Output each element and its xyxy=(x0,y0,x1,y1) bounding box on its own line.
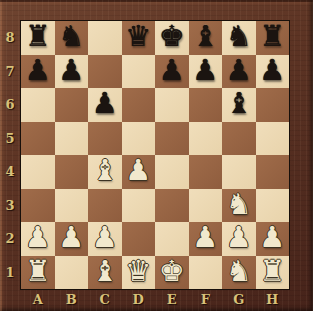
rank-label-5: 5 xyxy=(0,122,20,156)
rank-label-2: 2 xyxy=(0,222,20,256)
piece-white-pawn[interactable]: ♟ xyxy=(259,222,285,254)
square-e4[interactable] xyxy=(155,155,189,189)
square-f7[interactable]: ♟ xyxy=(189,55,223,89)
square-h8[interactable]: ♜ xyxy=(256,21,290,55)
square-b8[interactable]: ♞ xyxy=(55,21,89,55)
square-g7[interactable]: ♟ xyxy=(222,55,256,89)
square-h7[interactable]: ♟ xyxy=(256,55,290,89)
piece-black-rook[interactable]: ♜ xyxy=(259,21,285,53)
piece-white-bishop[interactable]: ♝ xyxy=(92,155,118,187)
piece-white-queen[interactable]: ♛ xyxy=(125,256,151,288)
file-label-e: E xyxy=(155,289,189,310)
square-d7[interactable] xyxy=(122,55,156,89)
piece-black-rook[interactable]: ♜ xyxy=(25,21,51,53)
piece-white-pawn[interactable]: ♟ xyxy=(192,222,218,254)
square-c1[interactable]: ♝ xyxy=(88,256,122,290)
square-g4[interactable] xyxy=(222,155,256,189)
piece-black-bishop[interactable]: ♝ xyxy=(226,88,252,120)
file-label-g: G xyxy=(222,289,256,310)
rank-label-6: 6 xyxy=(0,88,20,122)
piece-white-bishop[interactable]: ♝ xyxy=(92,256,118,288)
square-b2[interactable]: ♟ xyxy=(55,222,89,256)
board-border: ♜♞♛♚♝♞♜♟♟♟♟♟♟♟♝♝♟♞♟♟♟♟♟♟♜♝♛♚♞♜ xyxy=(20,20,290,290)
file-label-d: D xyxy=(122,289,156,310)
piece-black-queen[interactable]: ♛ xyxy=(125,21,151,53)
piece-black-knight[interactable]: ♞ xyxy=(58,21,84,53)
square-c8[interactable] xyxy=(88,21,122,55)
piece-black-pawn[interactable]: ♟ xyxy=(226,55,252,87)
square-g1[interactable]: ♞ xyxy=(222,256,256,290)
chess-diagram: 87654321 ♜♞♛♚♝♞♜♟♟♟♟♟♟♟♝♝♟♞♟♟♟♟♟♟♜♝♛♚♞♜ … xyxy=(0,0,313,311)
square-g5[interactable] xyxy=(222,122,256,156)
square-f5[interactable] xyxy=(189,122,223,156)
square-f1[interactable] xyxy=(189,256,223,290)
square-c6[interactable]: ♟ xyxy=(88,88,122,122)
square-e3[interactable] xyxy=(155,189,189,223)
square-c7[interactable] xyxy=(88,55,122,89)
square-c2[interactable]: ♟ xyxy=(88,222,122,256)
square-e8[interactable]: ♚ xyxy=(155,21,189,55)
square-e7[interactable]: ♟ xyxy=(155,55,189,89)
piece-black-pawn[interactable]: ♟ xyxy=(192,55,218,87)
piece-white-rook[interactable]: ♜ xyxy=(25,256,51,288)
square-a6[interactable] xyxy=(21,88,55,122)
square-c4[interactable]: ♝ xyxy=(88,155,122,189)
piece-white-king[interactable]: ♚ xyxy=(159,256,185,288)
file-label-h: H xyxy=(256,289,290,310)
square-d6[interactable] xyxy=(122,88,156,122)
rank-labels: 87654321 xyxy=(0,21,20,289)
square-f8[interactable]: ♝ xyxy=(189,21,223,55)
piece-black-pawn[interactable]: ♟ xyxy=(259,55,285,87)
piece-black-bishop[interactable]: ♝ xyxy=(192,21,218,53)
square-h6[interactable] xyxy=(256,88,290,122)
piece-black-pawn[interactable]: ♟ xyxy=(92,88,118,120)
chess-board: ♜♞♛♚♝♞♜♟♟♟♟♟♟♟♝♝♟♞♟♟♟♟♟♟♜♝♛♚♞♜ xyxy=(21,21,289,289)
square-a7[interactable]: ♟ xyxy=(21,55,55,89)
rank-label-3: 3 xyxy=(0,189,20,223)
square-e1[interactable]: ♚ xyxy=(155,256,189,290)
piece-black-king[interactable]: ♚ xyxy=(159,21,185,53)
square-h5[interactable] xyxy=(256,122,290,156)
square-e5[interactable] xyxy=(155,122,189,156)
piece-black-knight[interactable]: ♞ xyxy=(226,21,252,53)
square-f2[interactable]: ♟ xyxy=(189,222,223,256)
square-d2[interactable] xyxy=(122,222,156,256)
rank-label-1: 1 xyxy=(0,256,20,290)
square-c5[interactable] xyxy=(88,122,122,156)
square-d8[interactable]: ♛ xyxy=(122,21,156,55)
square-b6[interactable] xyxy=(55,88,89,122)
piece-white-pawn[interactable]: ♟ xyxy=(125,155,151,187)
square-d4[interactable]: ♟ xyxy=(122,155,156,189)
piece-white-pawn[interactable]: ♟ xyxy=(58,222,84,254)
piece-black-pawn[interactable]: ♟ xyxy=(25,55,51,87)
rank-label-4: 4 xyxy=(0,155,20,189)
square-b7[interactable]: ♟ xyxy=(55,55,89,89)
piece-white-pawn[interactable]: ♟ xyxy=(92,222,118,254)
square-a8[interactable]: ♜ xyxy=(21,21,55,55)
square-a1[interactable]: ♜ xyxy=(21,256,55,290)
piece-white-pawn[interactable]: ♟ xyxy=(226,222,252,254)
square-f6[interactable] xyxy=(189,88,223,122)
square-b4[interactable] xyxy=(55,155,89,189)
square-h1[interactable]: ♜ xyxy=(256,256,290,290)
square-g2[interactable]: ♟ xyxy=(222,222,256,256)
piece-black-pawn[interactable]: ♟ xyxy=(58,55,84,87)
file-labels: ABCDEFGH xyxy=(21,289,289,310)
square-a3[interactable] xyxy=(21,189,55,223)
piece-black-pawn[interactable]: ♟ xyxy=(159,55,185,87)
square-h3[interactable] xyxy=(256,189,290,223)
square-b3[interactable] xyxy=(55,189,89,223)
square-e2[interactable] xyxy=(155,222,189,256)
square-d5[interactable] xyxy=(122,122,156,156)
square-d3[interactable] xyxy=(122,189,156,223)
square-b5[interactable] xyxy=(55,122,89,156)
piece-white-knight[interactable]: ♞ xyxy=(226,189,252,221)
square-f3[interactable] xyxy=(189,189,223,223)
piece-white-pawn[interactable]: ♟ xyxy=(25,222,51,254)
piece-white-knight[interactable]: ♞ xyxy=(226,256,252,288)
square-g8[interactable]: ♞ xyxy=(222,21,256,55)
piece-white-rook[interactable]: ♜ xyxy=(259,256,285,288)
square-a2[interactable]: ♟ xyxy=(21,222,55,256)
square-g6[interactable]: ♝ xyxy=(222,88,256,122)
square-h2[interactable]: ♟ xyxy=(256,222,290,256)
file-label-b: B xyxy=(55,289,89,310)
square-c3[interactable] xyxy=(88,189,122,223)
file-label-f: F xyxy=(189,289,223,310)
rank-label-7: 7 xyxy=(0,55,20,89)
file-label-a: A xyxy=(21,289,55,310)
file-label-c: C xyxy=(88,289,122,310)
square-f4[interactable] xyxy=(189,155,223,189)
square-a5[interactable] xyxy=(21,122,55,156)
square-b1[interactable] xyxy=(55,256,89,290)
square-e6[interactable] xyxy=(155,88,189,122)
rank-label-8: 8 xyxy=(0,21,20,55)
square-d1[interactable]: ♛ xyxy=(122,256,156,290)
square-a4[interactable] xyxy=(21,155,55,189)
square-g3[interactable]: ♞ xyxy=(222,189,256,223)
square-h4[interactable] xyxy=(256,155,290,189)
